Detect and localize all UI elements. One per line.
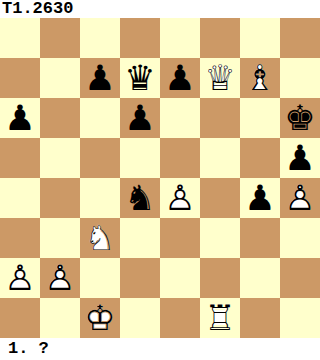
square-h6[interactable]: ♚ bbox=[280, 98, 320, 138]
square-e1[interactable] bbox=[160, 298, 200, 338]
square-a5[interactable] bbox=[0, 138, 40, 178]
square-a8[interactable] bbox=[0, 18, 40, 58]
black-pawn: ♟ bbox=[120, 98, 160, 138]
square-h2[interactable] bbox=[280, 258, 320, 298]
black-knight: ♞ bbox=[120, 178, 160, 218]
white-queen-outline: ♕ bbox=[200, 58, 240, 98]
white-king: ♚♔ bbox=[80, 298, 120, 338]
square-a6[interactable]: ♟ bbox=[0, 98, 40, 138]
square-c5[interactable] bbox=[80, 138, 120, 178]
square-g8[interactable] bbox=[240, 18, 280, 58]
white-pawn-outline: ♙ bbox=[40, 258, 80, 298]
square-a7[interactable] bbox=[0, 58, 40, 98]
puzzle-id-title: T1.2630 bbox=[0, 0, 320, 18]
square-b6[interactable] bbox=[40, 98, 80, 138]
square-b1[interactable] bbox=[40, 298, 80, 338]
square-c4[interactable] bbox=[80, 178, 120, 218]
white-rook-outline: ♖ bbox=[200, 298, 240, 338]
square-c8[interactable] bbox=[80, 18, 120, 58]
square-d5[interactable] bbox=[120, 138, 160, 178]
square-c2[interactable] bbox=[80, 258, 120, 298]
square-c1[interactable]: ♚♔ bbox=[80, 298, 120, 338]
black-pawn: ♟ bbox=[160, 58, 200, 98]
square-e2[interactable] bbox=[160, 258, 200, 298]
square-h7[interactable] bbox=[280, 58, 320, 98]
square-g6[interactable] bbox=[240, 98, 280, 138]
square-g3[interactable] bbox=[240, 218, 280, 258]
square-b3[interactable] bbox=[40, 218, 80, 258]
black-queen: ♛ bbox=[120, 58, 160, 98]
square-f6[interactable] bbox=[200, 98, 240, 138]
white-pawn: ♟♙ bbox=[280, 178, 320, 218]
square-h4[interactable]: ♟♙ bbox=[280, 178, 320, 218]
square-g5[interactable] bbox=[240, 138, 280, 178]
square-g4[interactable]: ♟ bbox=[240, 178, 280, 218]
move-prompt: 1. ? bbox=[0, 338, 320, 360]
black-king: ♚ bbox=[280, 98, 320, 138]
square-d1[interactable] bbox=[120, 298, 160, 338]
square-a3[interactable] bbox=[0, 218, 40, 258]
white-bishop: ♝♗ bbox=[240, 58, 280, 98]
black-pawn: ♟ bbox=[80, 58, 120, 98]
square-d6[interactable]: ♟ bbox=[120, 98, 160, 138]
square-f8[interactable] bbox=[200, 18, 240, 58]
square-d4[interactable]: ♞ bbox=[120, 178, 160, 218]
white-bishop-outline: ♗ bbox=[240, 58, 280, 98]
square-g7[interactable]: ♝♗ bbox=[240, 58, 280, 98]
square-f4[interactable] bbox=[200, 178, 240, 218]
square-e6[interactable] bbox=[160, 98, 200, 138]
white-king-outline: ♔ bbox=[80, 298, 120, 338]
white-rook: ♜♖ bbox=[200, 298, 240, 338]
square-g2[interactable] bbox=[240, 258, 280, 298]
black-pawn: ♟ bbox=[240, 178, 280, 218]
square-b7[interactable] bbox=[40, 58, 80, 98]
square-f2[interactable] bbox=[200, 258, 240, 298]
white-queen: ♛♕ bbox=[200, 58, 240, 98]
square-e5[interactable] bbox=[160, 138, 200, 178]
square-h1[interactable] bbox=[280, 298, 320, 338]
square-e3[interactable] bbox=[160, 218, 200, 258]
white-knight: ♞♘ bbox=[80, 218, 120, 258]
square-a2[interactable]: ♟♙ bbox=[0, 258, 40, 298]
square-h8[interactable] bbox=[280, 18, 320, 58]
square-c3[interactable]: ♞♘ bbox=[80, 218, 120, 258]
square-b5[interactable] bbox=[40, 138, 80, 178]
square-e8[interactable] bbox=[160, 18, 200, 58]
square-d8[interactable] bbox=[120, 18, 160, 58]
square-d3[interactable] bbox=[120, 218, 160, 258]
square-h5[interactable]: ♟ bbox=[280, 138, 320, 178]
square-f1[interactable]: ♜♖ bbox=[200, 298, 240, 338]
white-knight-outline: ♘ bbox=[80, 218, 120, 258]
square-c6[interactable] bbox=[80, 98, 120, 138]
square-a4[interactable] bbox=[0, 178, 40, 218]
square-f7[interactable]: ♛♕ bbox=[200, 58, 240, 98]
black-pawn: ♟ bbox=[0, 98, 40, 138]
square-b2[interactable]: ♟♙ bbox=[40, 258, 80, 298]
black-pawn: ♟ bbox=[280, 138, 320, 178]
white-pawn-outline: ♙ bbox=[0, 258, 40, 298]
square-b8[interactable] bbox=[40, 18, 80, 58]
square-c7[interactable]: ♟ bbox=[80, 58, 120, 98]
square-a1[interactable] bbox=[0, 298, 40, 338]
white-pawn: ♟♙ bbox=[160, 178, 200, 218]
square-d2[interactable] bbox=[120, 258, 160, 298]
white-pawn-outline: ♙ bbox=[160, 178, 200, 218]
square-d7[interactable]: ♛ bbox=[120, 58, 160, 98]
square-b4[interactable] bbox=[40, 178, 80, 218]
square-h3[interactable] bbox=[280, 218, 320, 258]
chess-board: ♟♛♟♛♕♝♗♟♟♚♟♞♟♙♟♟♙♞♘♟♙♟♙♚♔♜♖ bbox=[0, 18, 320, 338]
square-g1[interactable] bbox=[240, 298, 280, 338]
white-pawn-outline: ♙ bbox=[280, 178, 320, 218]
square-f5[interactable] bbox=[200, 138, 240, 178]
square-e7[interactable]: ♟ bbox=[160, 58, 200, 98]
square-e4[interactable]: ♟♙ bbox=[160, 178, 200, 218]
white-pawn: ♟♙ bbox=[0, 258, 40, 298]
white-pawn: ♟♙ bbox=[40, 258, 80, 298]
square-f3[interactable] bbox=[200, 218, 240, 258]
